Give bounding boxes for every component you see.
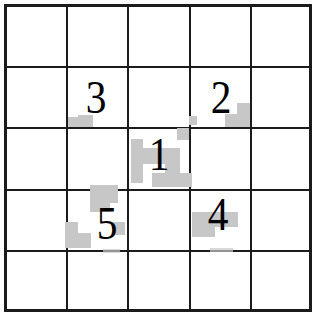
grid-cell-r2c3[interactable] [191,129,250,189]
grid-cell-r0c4[interactable] [252,7,309,66]
grid-cell-r1c4[interactable] [252,68,309,127]
grid-cell-r2c2[interactable] [129,129,189,189]
grid-cell-r1c1[interactable] [68,68,127,127]
grid-cell-r4c4[interactable] [252,252,309,309]
grid-cell-r4c0[interactable] [7,252,66,309]
grid-cell-r1c3[interactable] [191,68,250,127]
grid-cell-r4c2[interactable] [129,252,189,309]
grid-cell-r0c1[interactable] [68,7,127,66]
puzzle-board: 32154 [0,0,317,317]
grid-cell-r0c3[interactable] [191,7,250,66]
grid-cell-r1c0[interactable] [7,68,66,127]
grid-cell-r0c0[interactable] [7,7,66,66]
grid-cell-r2c1[interactable] [68,129,127,189]
grid-cell-r3c1[interactable] [68,191,127,250]
grid-cell-r3c0[interactable] [7,191,66,250]
grid-cell-r1c2[interactable] [129,68,189,127]
grid-cell-r0c2[interactable] [129,7,189,66]
grid-cell-r2c0[interactable] [7,129,66,189]
grid-cell-r3c4[interactable] [252,191,309,250]
grid-cell-r3c3[interactable] [191,191,250,250]
grid-cell-r2c4[interactable] [252,129,309,189]
grid-cell-r3c2[interactable] [129,191,189,250]
grid-cell-r4c1[interactable] [68,252,127,309]
grid-cell-r4c3[interactable] [191,252,250,309]
